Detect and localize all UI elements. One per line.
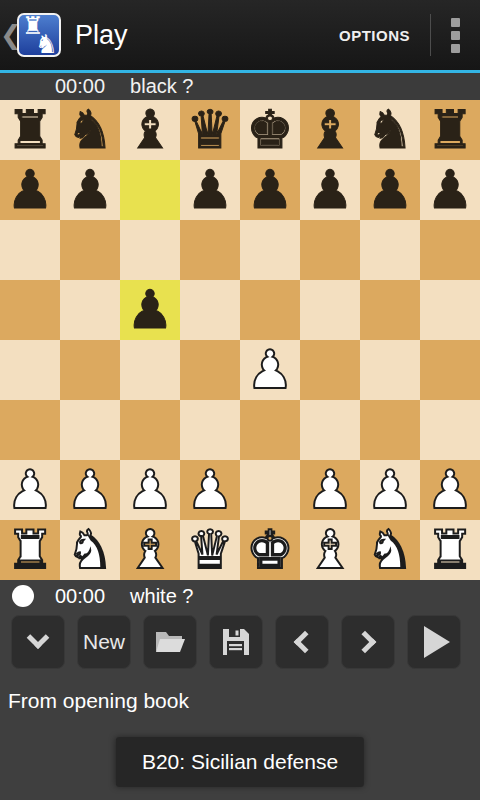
piece-black-knight: ♞ — [366, 100, 414, 160]
square-g2[interactable]: ♟ — [360, 460, 420, 520]
piece-white-knight: ♞ — [66, 520, 114, 580]
square-e3[interactable] — [240, 400, 300, 460]
square-c2[interactable]: ♟ — [120, 460, 180, 520]
piece-black-pawn: ♟ — [186, 160, 234, 220]
square-a8[interactable]: ♜ — [0, 100, 60, 160]
piece-black-rook: ♜ — [426, 100, 474, 160]
piece-black-pawn: ♟ — [366, 160, 414, 220]
square-g5[interactable] — [360, 280, 420, 340]
square-c1[interactable]: ♝ — [120, 520, 180, 580]
square-d5[interactable] — [180, 280, 240, 340]
piece-white-knight: ♞ — [366, 520, 414, 580]
hint-text: From opening book — [8, 689, 480, 713]
square-g1[interactable]: ♞ — [360, 520, 420, 580]
piece-black-pawn: ♟ — [426, 160, 474, 220]
square-h3[interactable] — [420, 400, 480, 460]
square-f8[interactable]: ♝ — [300, 100, 360, 160]
piece-white-queen: ♛ — [186, 520, 234, 580]
square-b1[interactable]: ♞ — [60, 520, 120, 580]
piece-white-rook: ♜ — [426, 520, 474, 580]
back-icon[interactable]: ❮ — [0, 0, 14, 70]
piece-white-bishop: ♝ — [126, 520, 174, 580]
square-f6[interactable] — [300, 220, 360, 280]
square-e1[interactable]: ♚ — [240, 520, 300, 580]
white-clock-row: 00:00 white ? — [0, 580, 480, 612]
piece-white-pawn: ♟ — [6, 460, 54, 520]
black-clock-time: 00:00 — [55, 75, 105, 98]
piece-black-rook: ♜ — [6, 100, 54, 160]
app-icon[interactable]: ♜ ♞ — [17, 13, 61, 57]
square-f7[interactable]: ♟ — [300, 160, 360, 220]
square-f2[interactable]: ♟ — [300, 460, 360, 520]
piece-black-pawn: ♟ — [6, 160, 54, 220]
black-clock-row: 00:00 black ? — [0, 73, 480, 100]
square-b3[interactable] — [60, 400, 120, 460]
square-g4[interactable] — [360, 340, 420, 400]
square-g8[interactable]: ♞ — [360, 100, 420, 160]
square-e5[interactable] — [240, 280, 300, 340]
save-icon — [222, 628, 250, 656]
black-status-label: black ? — [130, 75, 193, 98]
chevron-right-icon — [354, 631, 377, 654]
chess-app-screen: ❮ ♜ ♞ Play OPTIONS 00:00 black ? ♜♞♝♛♚♝♞… — [0, 0, 480, 800]
square-g3[interactable] — [360, 400, 420, 460]
overflow-menu-icon[interactable] — [431, 18, 480, 53]
piece-white-pawn: ♟ — [66, 460, 114, 520]
square-f4[interactable] — [300, 340, 360, 400]
piece-white-pawn: ♟ — [306, 460, 354, 520]
square-a6[interactable] — [0, 220, 60, 280]
square-h2[interactable]: ♟ — [420, 460, 480, 520]
square-f1[interactable]: ♝ — [300, 520, 360, 580]
square-g6[interactable] — [360, 220, 420, 280]
square-c8[interactable]: ♝ — [120, 100, 180, 160]
piece-white-pawn: ♟ — [366, 460, 414, 520]
white-clock-time: 00:00 — [55, 585, 105, 608]
piece-white-king: ♚ — [246, 520, 294, 580]
square-e7[interactable]: ♟ — [240, 160, 300, 220]
square-a7[interactable]: ♟ — [0, 160, 60, 220]
square-a1[interactable]: ♜ — [0, 520, 60, 580]
square-h4[interactable] — [420, 340, 480, 400]
square-g7[interactable]: ♟ — [360, 160, 420, 220]
square-b7[interactable]: ♟ — [60, 160, 120, 220]
square-h8[interactable]: ♜ — [420, 100, 480, 160]
square-f3[interactable] — [300, 400, 360, 460]
options-button[interactable]: OPTIONS — [319, 27, 430, 44]
square-e6[interactable] — [240, 220, 300, 280]
play-engine-button[interactable] — [407, 615, 461, 669]
square-c6[interactable] — [120, 220, 180, 280]
white-status-label: white ? — [130, 585, 193, 608]
square-h1[interactable]: ♜ — [420, 520, 480, 580]
square-d1[interactable]: ♛ — [180, 520, 240, 580]
square-a5[interactable] — [0, 280, 60, 340]
square-f5[interactable] — [300, 280, 360, 340]
folder-open-icon — [154, 630, 186, 654]
piece-black-queen: ♛ — [186, 100, 234, 160]
square-b8[interactable]: ♞ — [60, 100, 120, 160]
square-d2[interactable]: ♟ — [180, 460, 240, 520]
square-c5[interactable]: ♟ — [120, 280, 180, 340]
game-toolbar: New — [0, 612, 480, 672]
piece-black-knight: ♞ — [66, 100, 114, 160]
square-d3[interactable] — [180, 400, 240, 460]
square-e8[interactable]: ♚ — [240, 100, 300, 160]
open-game-button[interactable] — [143, 615, 197, 669]
step-back-button[interactable] — [275, 615, 329, 669]
play-icon — [424, 626, 450, 658]
square-d7[interactable]: ♟ — [180, 160, 240, 220]
page-title: Play — [75, 20, 128, 51]
square-e4[interactable]: ♟ — [240, 340, 300, 400]
square-d8[interactable]: ♛ — [180, 100, 240, 160]
square-b6[interactable] — [60, 220, 120, 280]
collapse-button[interactable] — [11, 615, 65, 669]
chess-board[interactable]: ♜♞♝♛♚♝♞♜♟♟♟♟♟♟♟♟♟♟♟♟♟♟♟♟♜♞♝♛♚♝♞♜ — [0, 100, 480, 580]
chevron-down-icon — [27, 626, 50, 649]
square-a2[interactable]: ♟ — [0, 460, 60, 520]
piece-black-bishop: ♝ — [126, 100, 174, 160]
square-c4[interactable] — [120, 340, 180, 400]
square-b4[interactable] — [60, 340, 120, 400]
piece-black-bishop: ♝ — [306, 100, 354, 160]
new-game-label: New — [83, 630, 125, 654]
action-bar: ❮ ♜ ♞ Play OPTIONS — [0, 0, 480, 70]
square-a3[interactable] — [0, 400, 60, 460]
piece-white-bishop: ♝ — [306, 520, 354, 580]
square-c7[interactable] — [120, 160, 180, 220]
white-turn-indicator — [12, 585, 34, 607]
piece-white-pawn: ♟ — [186, 460, 234, 520]
square-b5[interactable] — [60, 280, 120, 340]
square-a4[interactable] — [0, 340, 60, 400]
piece-white-pawn: ♟ — [426, 460, 474, 520]
step-forward-button[interactable] — [341, 615, 395, 669]
square-c3[interactable] — [120, 400, 180, 460]
chevron-left-icon — [294, 631, 317, 654]
piece-white-rook: ♜ — [6, 520, 54, 580]
piece-black-pawn: ♟ — [246, 160, 294, 220]
piece-white-pawn: ♟ — [246, 340, 294, 400]
square-b2[interactable]: ♟ — [60, 460, 120, 520]
piece-black-king: ♚ — [246, 100, 294, 160]
square-h5[interactable] — [420, 280, 480, 340]
square-h6[interactable] — [420, 220, 480, 280]
piece-black-pawn: ♟ — [126, 280, 174, 340]
square-d4[interactable] — [180, 340, 240, 400]
square-h7[interactable]: ♟ — [420, 160, 480, 220]
piece-black-pawn: ♟ — [306, 160, 354, 220]
square-e2[interactable] — [240, 460, 300, 520]
save-game-button[interactable] — [209, 615, 263, 669]
piece-white-pawn: ♟ — [126, 460, 174, 520]
opening-toast: B20: Sicilian defense — [116, 737, 364, 787]
square-d6[interactable] — [180, 220, 240, 280]
app-icon-knight: ♞ — [35, 29, 58, 60]
piece-black-pawn: ♟ — [66, 160, 114, 220]
new-game-button[interactable]: New — [77, 615, 131, 669]
